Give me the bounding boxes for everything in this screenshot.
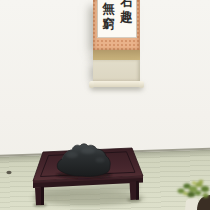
- roller-knob-right: [139, 81, 144, 88]
- plant-trunk: [197, 195, 210, 210]
- roller-knob-left: [89, 81, 94, 88]
- scroll-lower-mount: [93, 60, 140, 81]
- calligraphy-char: 趣: [119, 9, 134, 24]
- calligraphy-column-left: 無 窮: [101, 1, 116, 31]
- calligraphy-char: 無: [101, 1, 116, 16]
- floor-mark: [6, 171, 11, 175]
- calligraphy-paper: 石 趣 無 窮: [97, 0, 137, 38]
- calligraphy-char: 石: [119, 0, 134, 9]
- plant-foliage: [178, 180, 209, 198]
- photo-suiseki-display: 石 趣 無 窮: [0, 0, 210, 210]
- accent-plant: [178, 180, 210, 210]
- calligraphy-column-right: 石 趣: [119, 0, 134, 24]
- scroll-roller-bar: [90, 81, 143, 87]
- hanging-scroll: 石 趣 無 窮: [93, 0, 140, 88]
- calligraphy-char: 窮: [101, 16, 116, 31]
- scroll-band: [93, 50, 140, 60]
- viewing-stone: [57, 144, 110, 177]
